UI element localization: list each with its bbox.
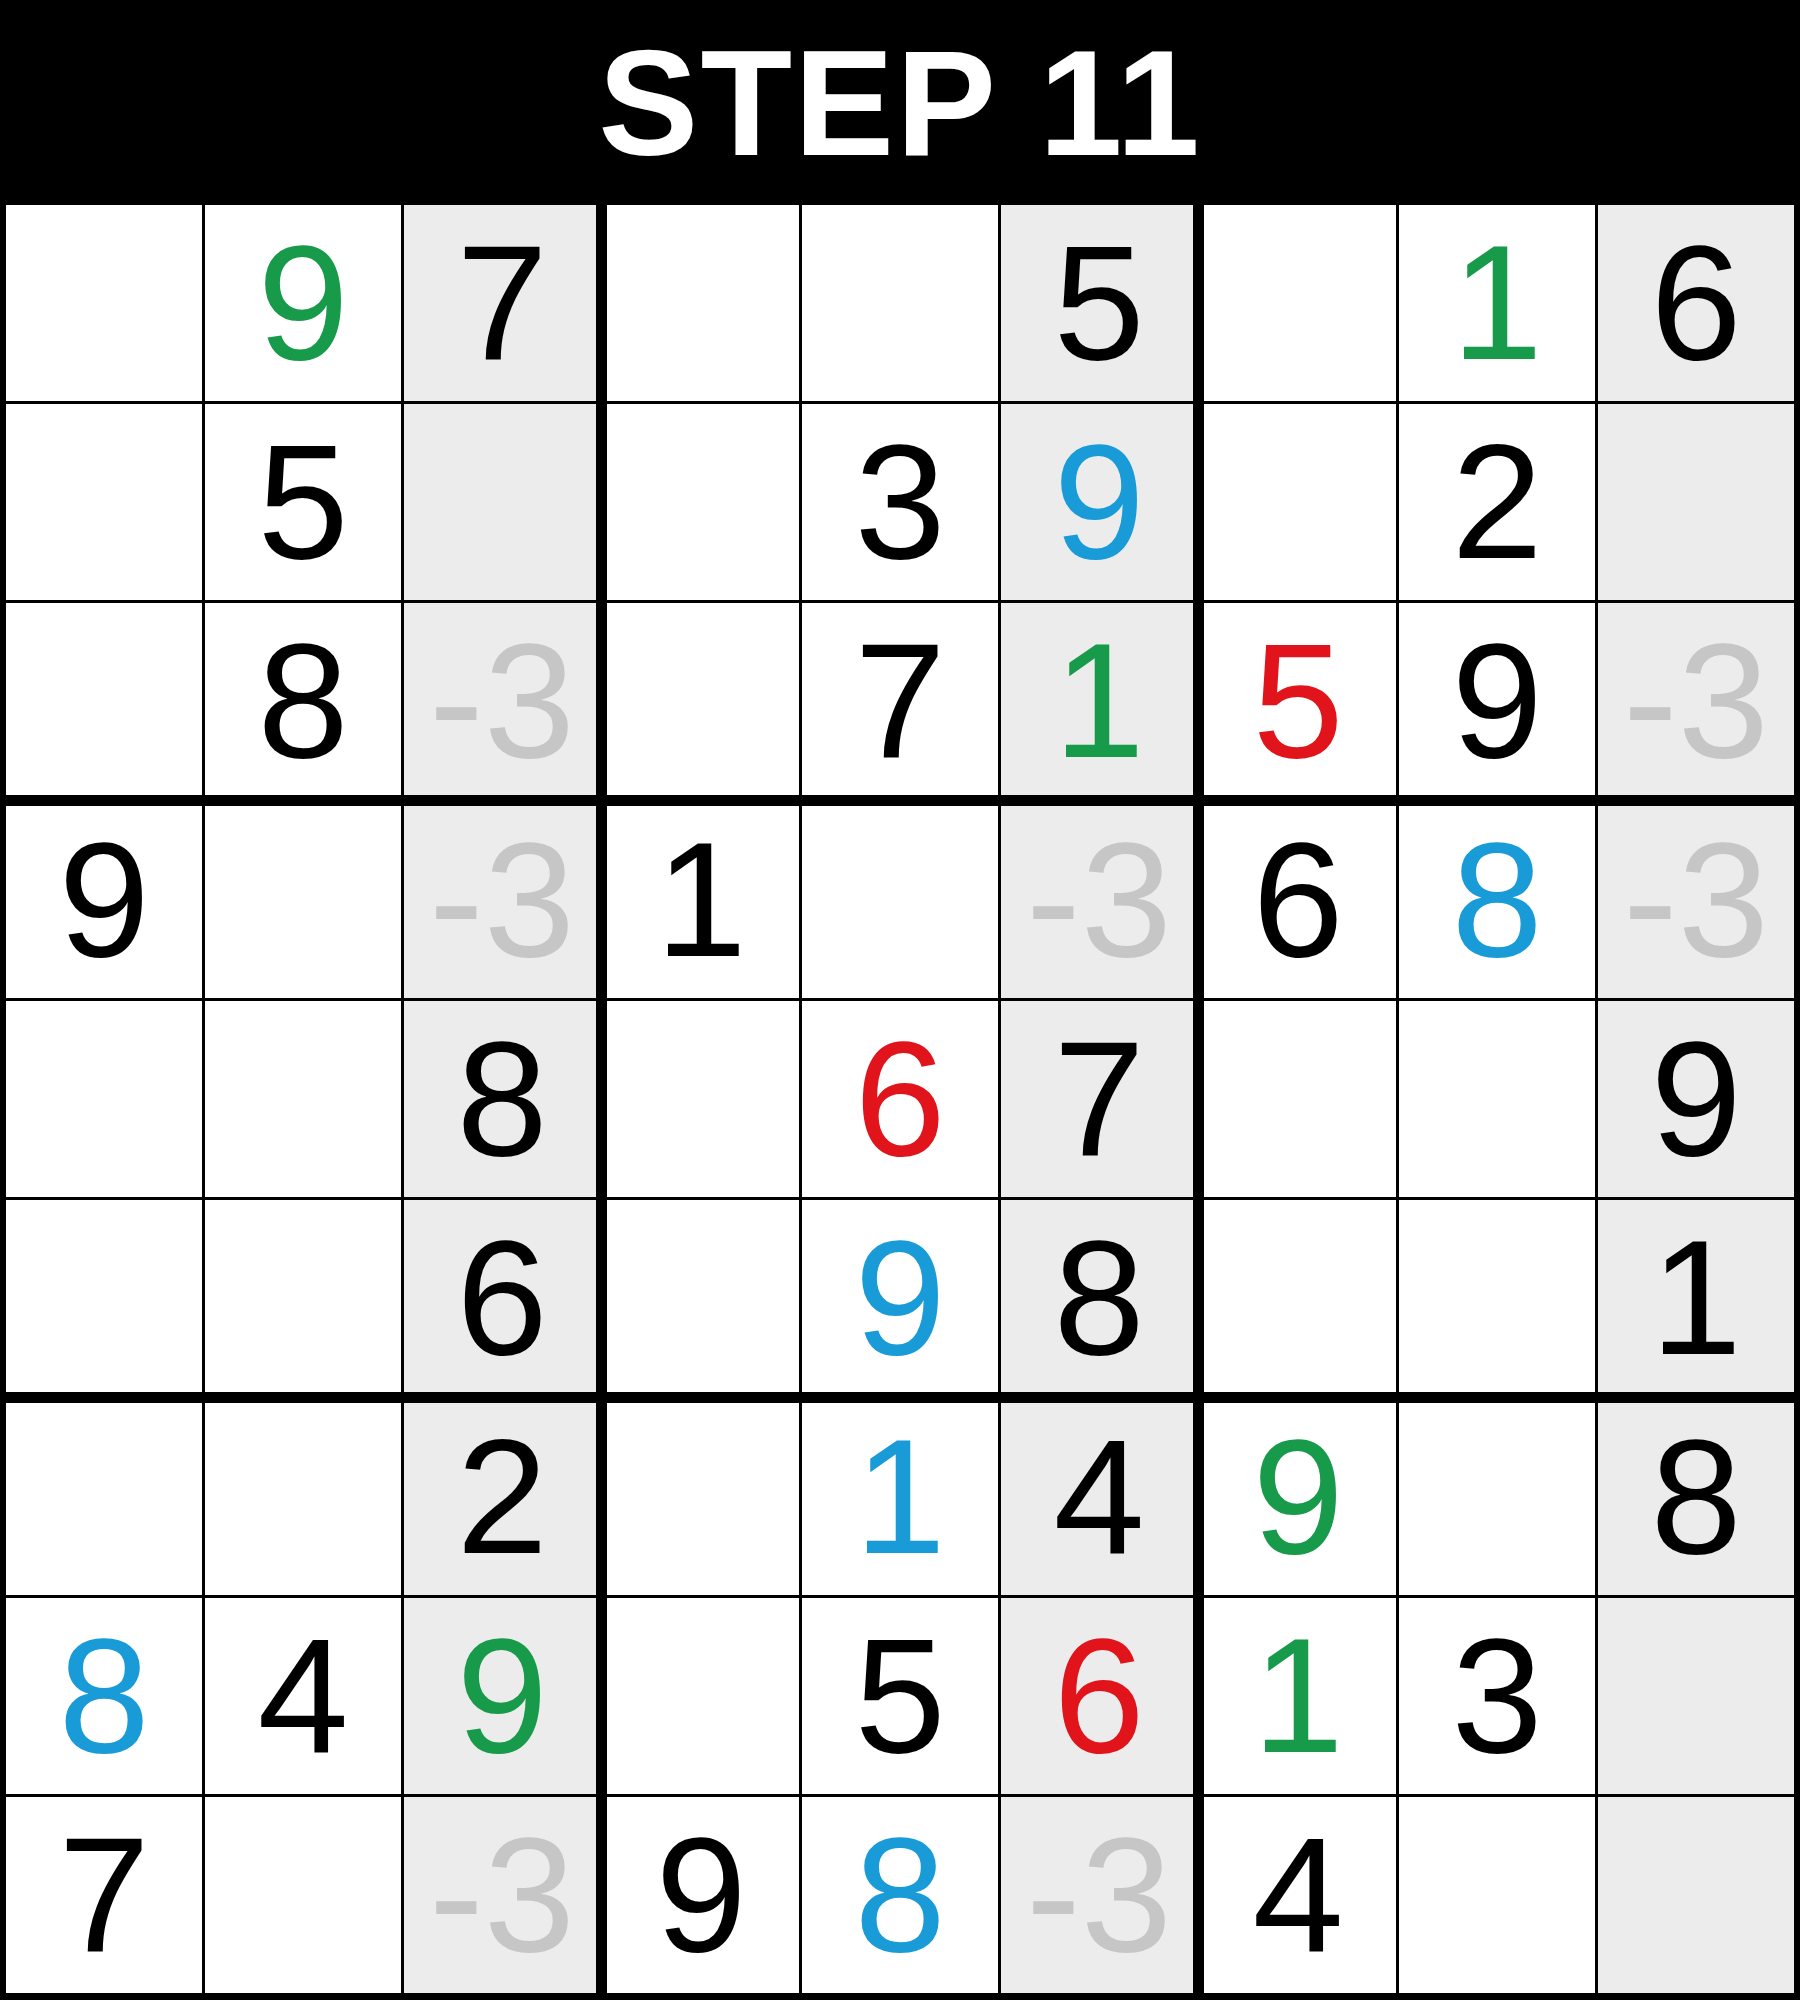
- cell-r5c6[interactable]: 7: [1001, 1001, 1197, 1197]
- cell-r2c2[interactable]: 5: [205, 404, 401, 600]
- cell-r6c7[interactable]: [1200, 1200, 1396, 1396]
- cell-r4c2[interactable]: [205, 802, 401, 998]
- cell-r7c8[interactable]: [1399, 1399, 1595, 1595]
- cell-r7c7[interactable]: 9: [1200, 1399, 1396, 1595]
- cell-r9c3[interactable]: -3: [404, 1797, 600, 1993]
- cell-r6c5[interactable]: 9: [802, 1200, 998, 1396]
- cell-r7c9[interactable]: 8: [1598, 1399, 1794, 1595]
- cell-r7c4[interactable]: [603, 1399, 799, 1595]
- cell-r1c1[interactable]: [6, 205, 202, 401]
- cell-r5c9[interactable]: 9: [1598, 1001, 1794, 1197]
- cell-r3c4[interactable]: [603, 603, 799, 799]
- cell-r4c6[interactable]: -3: [1001, 802, 1197, 998]
- cell-r4c9[interactable]: -3: [1598, 802, 1794, 998]
- cell-r2c1[interactable]: [6, 404, 202, 600]
- cell-r8c4[interactable]: [603, 1598, 799, 1794]
- page-title: STEP 11: [598, 28, 1201, 178]
- cell-r9c9[interactable]: [1598, 1797, 1794, 1993]
- cell-r3c5[interactable]: 7: [802, 603, 998, 799]
- cell-r5c2[interactable]: [205, 1001, 401, 1197]
- cell-r2c6[interactable]: 9: [1001, 404, 1197, 600]
- cell-r9c1[interactable]: 7: [6, 1797, 202, 1993]
- cell-r3c9[interactable]: -3: [1598, 603, 1794, 799]
- cell-r7c1[interactable]: [6, 1399, 202, 1595]
- cell-r3c1[interactable]: [6, 603, 202, 799]
- cell-r6c9[interactable]: 1: [1598, 1200, 1794, 1396]
- cell-r9c6[interactable]: -3: [1001, 1797, 1197, 1993]
- cell-r9c8[interactable]: [1399, 1797, 1595, 1993]
- cell-r1c8[interactable]: 1: [1399, 205, 1595, 401]
- cell-r7c5[interactable]: 1: [802, 1399, 998, 1595]
- cell-r5c7[interactable]: [1200, 1001, 1396, 1197]
- cell-r8c7[interactable]: 1: [1200, 1598, 1396, 1794]
- cell-r5c3[interactable]: 8: [404, 1001, 600, 1197]
- title-band: STEP 11: [0, 0, 1800, 205]
- cell-r8c8[interactable]: 3: [1399, 1598, 1595, 1794]
- cell-r2c9[interactable]: [1598, 404, 1794, 600]
- cell-r1c4[interactable]: [603, 205, 799, 401]
- cell-r8c9[interactable]: [1598, 1598, 1794, 1794]
- cell-r1c5[interactable]: [802, 205, 998, 401]
- cell-r7c2[interactable]: [205, 1399, 401, 1595]
- cell-r6c2[interactable]: [205, 1200, 401, 1396]
- cell-r2c8[interactable]: 2: [1399, 404, 1595, 600]
- cell-r9c5[interactable]: 8: [802, 1797, 998, 1993]
- cell-r1c2[interactable]: 9: [205, 205, 401, 401]
- cell-r6c3[interactable]: 6: [404, 1200, 600, 1396]
- cell-r2c3[interactable]: [404, 404, 600, 600]
- cell-r2c7[interactable]: [1200, 404, 1396, 600]
- cell-r5c4[interactable]: [603, 1001, 799, 1197]
- cell-r8c2[interactable]: 4: [205, 1598, 401, 1794]
- cell-r7c3[interactable]: 2: [404, 1399, 600, 1595]
- cell-r1c7[interactable]: [1200, 205, 1396, 401]
- cell-r2c5[interactable]: 3: [802, 404, 998, 600]
- cell-r8c5[interactable]: 5: [802, 1598, 998, 1794]
- cell-r4c7[interactable]: 6: [1200, 802, 1396, 998]
- cell-r7c6[interactable]: 4: [1001, 1399, 1197, 1595]
- cell-r6c8[interactable]: [1399, 1200, 1595, 1396]
- cell-r3c6[interactable]: 1: [1001, 603, 1197, 799]
- cell-r1c6[interactable]: 5: [1001, 205, 1197, 401]
- cell-r5c1[interactable]: [6, 1001, 202, 1197]
- cell-r9c4[interactable]: 9: [603, 1797, 799, 1993]
- cell-r3c3[interactable]: -3: [404, 603, 600, 799]
- cell-r4c1[interactable]: 9: [6, 802, 202, 998]
- cell-r4c4[interactable]: 1: [603, 802, 799, 998]
- sudoku-step-diagram: STEP 11 9751653928-37159-39-31-368-38679…: [0, 0, 1800, 2000]
- cell-r1c3[interactable]: 7: [404, 205, 600, 401]
- cell-r5c8[interactable]: [1399, 1001, 1595, 1197]
- cell-r6c6[interactable]: 8: [1001, 1200, 1197, 1396]
- cell-r6c1[interactable]: [6, 1200, 202, 1396]
- cell-r8c1[interactable]: 8: [6, 1598, 202, 1794]
- cell-r2c4[interactable]: [603, 404, 799, 600]
- cell-r8c6[interactable]: 6: [1001, 1598, 1197, 1794]
- cell-r4c3[interactable]: -3: [404, 802, 600, 998]
- cell-r4c8[interactable]: 8: [1399, 802, 1595, 998]
- cell-r1c9[interactable]: 6: [1598, 205, 1794, 401]
- cell-r6c4[interactable]: [603, 1200, 799, 1396]
- cell-r5c5[interactable]: 6: [802, 1001, 998, 1197]
- sudoku-board: 9751653928-37159-39-31-368-3867969812149…: [0, 205, 1800, 2000]
- cell-r9c2[interactable]: [205, 1797, 401, 1993]
- cell-r9c7[interactable]: 4: [1200, 1797, 1396, 1993]
- cell-r3c2[interactable]: 8: [205, 603, 401, 799]
- cell-r8c3[interactable]: 9: [404, 1598, 600, 1794]
- cell-r4c5[interactable]: [802, 802, 998, 998]
- cell-r3c8[interactable]: 9: [1399, 603, 1595, 799]
- cell-r3c7[interactable]: 5: [1200, 603, 1396, 799]
